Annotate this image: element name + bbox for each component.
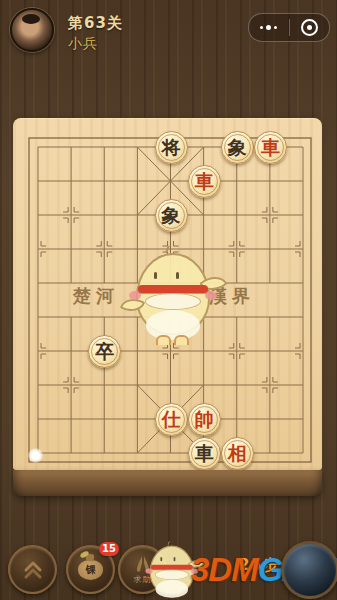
wechat-capsule: [248, 13, 330, 42]
level-title: 第63关: [68, 14, 123, 33]
mascot-mouth: [145, 293, 201, 310]
app-screen: 第63关 小兵 楚河 漢界: [0, 0, 337, 600]
board-wooden-edge: [13, 470, 322, 496]
piece-red-chariot[interactable]: 車: [254, 131, 287, 164]
exit-button[interactable]: [290, 14, 330, 41]
piece-black-chariot[interactable]: 車: [188, 437, 221, 470]
xiangqi-board[interactable]: 楚河 漢界 将象車車象卒仕帥車相: [13, 118, 322, 470]
piece-red-advisor[interactable]: 仕: [155, 403, 188, 436]
mascot-belly: [146, 310, 200, 340]
mascot-chick-small: [146, 542, 198, 600]
piece-black-elephant[interactable]: 象: [221, 131, 254, 164]
piece-black-elephant[interactable]: 象: [155, 199, 188, 232]
mascot-blush: [205, 291, 217, 300]
mascot-foot: [174, 335, 189, 345]
coins-button[interactable]: 锞 15: [66, 545, 115, 594]
piece-red-general[interactable]: 帥: [188, 403, 221, 436]
mascot-eye: [154, 272, 157, 279]
bag-label: 锞: [86, 563, 96, 577]
money-bag-icon: 锞: [78, 560, 103, 580]
river-label-left: 楚河: [73, 284, 119, 308]
coins-badge: 15: [99, 542, 119, 556]
double-chevron-up-icon: [20, 558, 46, 582]
piece-red-elephant[interactable]: 相: [221, 437, 254, 470]
target-icon: [301, 19, 318, 36]
mascot-chick: [130, 247, 216, 343]
mascot-eye: [176, 272, 179, 279]
mascot-foot: [156, 335, 171, 345]
piece-black-general[interactable]: 将: [155, 131, 188, 164]
level-subtitle: 小兵: [68, 35, 98, 53]
ellipsis-icon: [260, 25, 277, 30]
top-bar: 第63关 小兵: [0, 0, 337, 58]
piece-red-chariot[interactable]: 車: [188, 165, 221, 198]
dark-orb-button[interactable]: [281, 541, 337, 599]
watermark-3dm: 3DM: [191, 551, 258, 588]
player-avatar[interactable]: [10, 8, 54, 52]
expand-menu-button[interactable]: [8, 545, 57, 594]
mascot-red-band: [138, 285, 208, 293]
corner-highlight-dot: [28, 448, 43, 463]
more-button[interactable]: [249, 14, 289, 41]
